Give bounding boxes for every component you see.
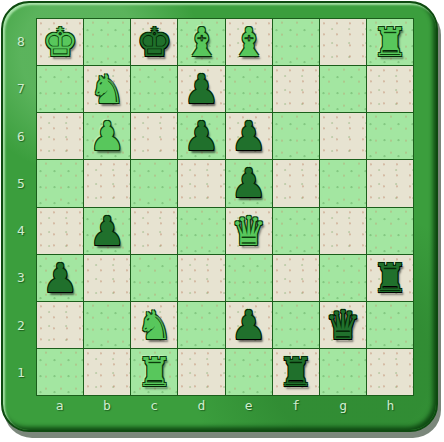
square-e5[interactable]: ♟	[226, 160, 272, 206]
square-b2[interactable]	[84, 302, 130, 348]
square-e6[interactable]: ♟	[226, 113, 272, 159]
square-f1[interactable]: ♜	[273, 349, 319, 395]
rank-label-4: 4	[6, 207, 36, 254]
file-label-f: f	[272, 398, 319, 422]
square-g1[interactable]	[320, 349, 366, 395]
square-a5[interactable]	[37, 160, 83, 206]
file-label-e: e	[225, 398, 272, 422]
piece-black-pawn[interactable]: ♟	[184, 69, 220, 109]
square-d1[interactable]	[178, 349, 224, 395]
square-g6[interactable]	[320, 113, 366, 159]
square-f6[interactable]	[273, 113, 319, 159]
rank-label-7: 7	[6, 65, 36, 112]
square-b8[interactable]	[84, 19, 130, 65]
file-label-h: h	[367, 398, 414, 422]
square-g3[interactable]	[320, 255, 366, 301]
piece-black-pawn[interactable]: ♟	[42, 258, 78, 298]
piece-white-king[interactable]: ♚	[42, 22, 78, 62]
square-d2[interactable]	[178, 302, 224, 348]
piece-white-rook[interactable]: ♜	[372, 22, 408, 62]
square-h7[interactable]	[367, 66, 413, 112]
square-d4[interactable]	[178, 208, 224, 254]
file-label-g: g	[320, 398, 367, 422]
square-f5[interactable]	[273, 160, 319, 206]
square-c2[interactable]: ♞	[131, 302, 177, 348]
square-h8[interactable]: ♜	[367, 19, 413, 65]
square-h5[interactable]	[367, 160, 413, 206]
square-a6[interactable]	[37, 113, 83, 159]
square-h6[interactable]	[367, 113, 413, 159]
piece-black-pawn[interactable]: ♟	[231, 305, 267, 345]
rank-label-6: 6	[6, 113, 36, 160]
square-c6[interactable]	[131, 113, 177, 159]
piece-black-queen[interactable]: ♛	[325, 305, 361, 345]
square-g2[interactable]: ♛	[320, 302, 366, 348]
square-h1[interactable]	[367, 349, 413, 395]
piece-white-bishop[interactable]: ♝	[184, 22, 220, 62]
piece-white-queen[interactable]: ♛	[231, 211, 267, 251]
piece-black-king[interactable]: ♚	[136, 22, 172, 62]
square-d5[interactable]	[178, 160, 224, 206]
square-b6[interactable]: ♟	[84, 113, 130, 159]
piece-black-pawn[interactable]: ♟	[231, 116, 267, 156]
square-f7[interactable]	[273, 66, 319, 112]
square-a2[interactable]	[37, 302, 83, 348]
square-h2[interactable]	[367, 302, 413, 348]
square-h3[interactable]: ♜	[367, 255, 413, 301]
square-d8[interactable]: ♝	[178, 19, 224, 65]
square-f8[interactable]	[273, 19, 319, 65]
square-b4[interactable]: ♟	[84, 208, 130, 254]
square-a3[interactable]: ♟	[37, 255, 83, 301]
square-e1[interactable]	[226, 349, 272, 395]
file-label-d: d	[178, 398, 225, 422]
square-h4[interactable]	[367, 208, 413, 254]
square-a1[interactable]	[37, 349, 83, 395]
square-b1[interactable]	[84, 349, 130, 395]
square-d7[interactable]: ♟	[178, 66, 224, 112]
square-g5[interactable]	[320, 160, 366, 206]
square-c4[interactable]	[131, 208, 177, 254]
file-label-a: a	[36, 398, 83, 422]
chess-board: ♚♚♝♝♜♞♟♟♟♟♟♟♛♟♜♞♟♛♜♜	[36, 18, 414, 396]
piece-black-pawn[interactable]: ♟	[184, 116, 220, 156]
square-e2[interactable]: ♟	[226, 302, 272, 348]
square-b5[interactable]	[84, 160, 130, 206]
square-c5[interactable]	[131, 160, 177, 206]
piece-white-knight[interactable]: ♞	[89, 69, 125, 109]
piece-white-pawn[interactable]: ♟	[89, 116, 125, 156]
square-b3[interactable]	[84, 255, 130, 301]
square-g4[interactable]	[320, 208, 366, 254]
rank-label-3: 3	[6, 254, 36, 301]
square-e7[interactable]	[226, 66, 272, 112]
rank-labels: 87654321	[6, 18, 36, 396]
square-a8[interactable]: ♚	[37, 19, 83, 65]
piece-black-pawn[interactable]: ♟	[89, 211, 125, 251]
square-f4[interactable]	[273, 208, 319, 254]
rank-label-1: 1	[6, 349, 36, 396]
square-a4[interactable]	[37, 208, 83, 254]
board-frame: 87654321 ♚♚♝♝♜♞♟♟♟♟♟♟♛♟♜♞♟♛♜♜ abcdefgh	[1, 1, 438, 432]
file-labels: abcdefgh	[36, 398, 414, 422]
piece-white-rook[interactable]: ♜	[136, 352, 172, 392]
square-d6[interactable]: ♟	[178, 113, 224, 159]
file-label-b: b	[83, 398, 130, 422]
square-g8[interactable]	[320, 19, 366, 65]
square-d3[interactable]	[178, 255, 224, 301]
file-label-c: c	[131, 398, 178, 422]
square-c8[interactable]: ♚	[131, 19, 177, 65]
piece-white-bishop[interactable]: ♝	[231, 22, 267, 62]
square-b7[interactable]: ♞	[84, 66, 130, 112]
square-f2[interactable]	[273, 302, 319, 348]
square-c1[interactable]: ♜	[131, 349, 177, 395]
piece-black-pawn[interactable]: ♟	[231, 163, 267, 203]
square-e4[interactable]: ♛	[226, 208, 272, 254]
piece-black-rook[interactable]: ♜	[278, 352, 314, 392]
square-c3[interactable]	[131, 255, 177, 301]
square-f3[interactable]	[273, 255, 319, 301]
rank-label-2: 2	[6, 302, 36, 349]
square-e8[interactable]: ♝	[226, 19, 272, 65]
piece-white-knight[interactable]: ♞	[136, 305, 172, 345]
square-e3[interactable]	[226, 255, 272, 301]
square-a7[interactable]	[37, 66, 83, 112]
rank-label-8: 8	[6, 18, 36, 65]
square-c7[interactable]	[131, 66, 177, 112]
piece-black-rook[interactable]: ♜	[372, 258, 408, 298]
rank-label-5: 5	[6, 160, 36, 207]
square-g7[interactable]	[320, 66, 366, 112]
